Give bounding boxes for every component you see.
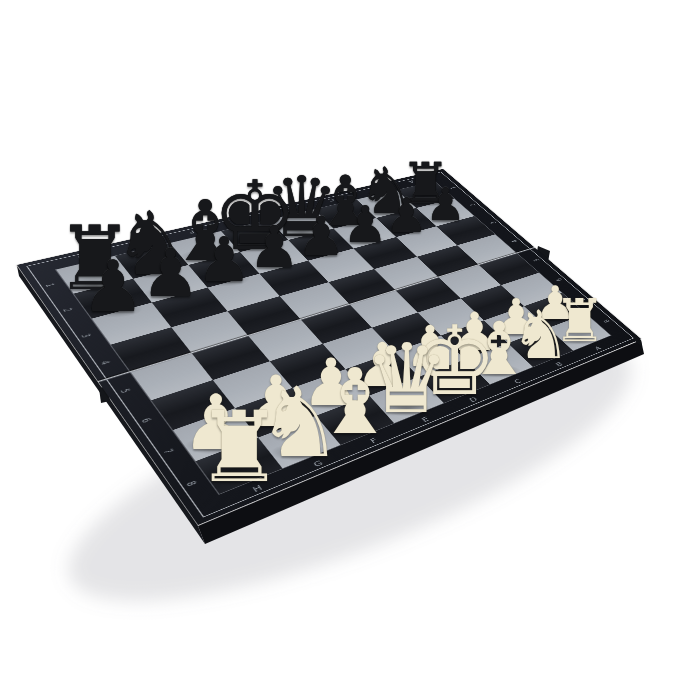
pawn-glyph: ♟	[141, 241, 200, 307]
travel-chess-set-photo: HH11GG22FF33EE44DD55CC66BB77AA88 ♜♞♟♝♟♛♟…	[0, 0, 700, 700]
rank-label: 5	[118, 388, 131, 395]
rank-label: 2	[469, 203, 477, 206]
pawn-glyph: ♟	[297, 210, 345, 264]
rank-label: 7	[161, 448, 174, 455]
pawn-glyph: ♟	[81, 253, 145, 324]
rank-label: 1	[43, 283, 55, 288]
rank-label: 3	[79, 333, 92, 339]
rank-label: 4	[98, 360, 111, 366]
pawn-glyph: ♟	[425, 183, 465, 228]
pawn-glyph: ♟	[248, 219, 300, 277]
rank-label: 5	[532, 258, 540, 262]
pawn-glyph: ♟	[342, 200, 387, 251]
pawn-glyph: ♟	[197, 230, 252, 292]
rank-label: 6	[139, 417, 152, 424]
pawn-glyph: ♟	[385, 191, 428, 239]
rook-glyph: ♜	[196, 399, 284, 497]
rank-label: 3	[489, 221, 497, 225]
rank-label: 4	[511, 239, 519, 243]
